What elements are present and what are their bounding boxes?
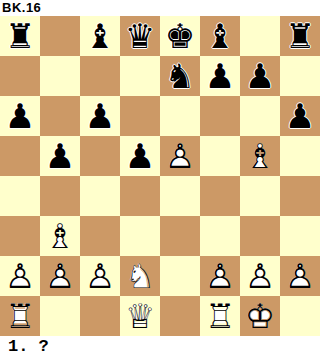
white-rook-icon: ♜ — [0, 296, 40, 336]
square-b1[interactable] — [40, 296, 80, 336]
square-c7[interactable] — [80, 56, 120, 96]
white-bishop-outline-icon: ♗ — [40, 216, 80, 256]
white-knight-icon: ♞ — [120, 256, 160, 296]
white-pawn-outline-icon: ♙ — [40, 256, 80, 296]
square-h1[interactable] — [280, 296, 320, 336]
black-pawn-icon: ♟ — [80, 96, 120, 136]
black-rook-icon: ♜ — [0, 16, 40, 56]
white-pawn-outline-icon: ♙ — [160, 136, 200, 176]
square-a5[interactable] — [0, 136, 40, 176]
black-pawn-icon: ♟ — [240, 56, 280, 96]
square-e6[interactable] — [160, 96, 200, 136]
square-a7[interactable] — [0, 56, 40, 96]
black-rook-icon: ♜ — [280, 16, 320, 56]
square-c1[interactable] — [80, 296, 120, 336]
square-a3[interactable] — [0, 216, 40, 256]
square-a2[interactable]: ♟♙ — [0, 256, 40, 296]
square-e1[interactable] — [160, 296, 200, 336]
square-g4[interactable] — [240, 176, 280, 216]
square-f1[interactable]: ♜♖ — [200, 296, 240, 336]
square-h7[interactable] — [280, 56, 320, 96]
square-g3[interactable] — [240, 216, 280, 256]
white-pawn-outline-icon: ♙ — [200, 256, 240, 296]
square-g6[interactable] — [240, 96, 280, 136]
square-e7[interactable]: ♞ — [160, 56, 200, 96]
square-b4[interactable] — [40, 176, 80, 216]
square-h6[interactable]: ♟ — [280, 96, 320, 136]
white-queen-icon: ♛ — [120, 296, 160, 336]
square-h4[interactable] — [280, 176, 320, 216]
square-e4[interactable] — [160, 176, 200, 216]
square-e8[interactable]: ♚ — [160, 16, 200, 56]
square-d2[interactable]: ♞♘ — [120, 256, 160, 296]
square-d6[interactable] — [120, 96, 160, 136]
white-bishop-icon: ♝ — [240, 136, 280, 176]
diagram-title: BK.16 — [0, 0, 320, 16]
square-f3[interactable] — [200, 216, 240, 256]
square-c4[interactable] — [80, 176, 120, 216]
square-d1[interactable]: ♛♕ — [120, 296, 160, 336]
white-queen-outline-icon: ♕ — [120, 296, 160, 336]
square-h3[interactable] — [280, 216, 320, 256]
white-pawn-icon: ♟ — [160, 136, 200, 176]
square-g1[interactable]: ♚♔ — [240, 296, 280, 336]
square-b2[interactable]: ♟♙ — [40, 256, 80, 296]
white-rook-icon: ♜ — [200, 296, 240, 336]
white-pawn-icon: ♟ — [80, 256, 120, 296]
chess-board: ♜♝♛♚♝♜♞♟♟♟♟♟♟♟♟♙♝♗♝♗♟♙♟♙♟♙♞♘♟♙♟♙♟♙♜♖♛♕♜♖… — [0, 16, 320, 336]
square-h8[interactable]: ♜ — [280, 16, 320, 56]
square-b7[interactable] — [40, 56, 80, 96]
square-e5[interactable]: ♟♙ — [160, 136, 200, 176]
white-pawn-icon: ♟ — [200, 256, 240, 296]
white-pawn-icon: ♟ — [0, 256, 40, 296]
white-rook-outline-icon: ♖ — [200, 296, 240, 336]
black-king-icon: ♚ — [160, 16, 200, 56]
square-f5[interactable] — [200, 136, 240, 176]
square-b3[interactable]: ♝♗ — [40, 216, 80, 256]
black-pawn-icon: ♟ — [40, 136, 80, 176]
square-g8[interactable] — [240, 16, 280, 56]
white-pawn-outline-icon: ♙ — [280, 256, 320, 296]
square-d4[interactable] — [120, 176, 160, 216]
square-f6[interactable] — [200, 96, 240, 136]
white-bishop-outline-icon: ♗ — [240, 136, 280, 176]
square-a8[interactable]: ♜ — [0, 16, 40, 56]
square-f7[interactable]: ♟ — [200, 56, 240, 96]
square-b8[interactable] — [40, 16, 80, 56]
square-c6[interactable]: ♟ — [80, 96, 120, 136]
white-pawn-outline-icon: ♙ — [0, 256, 40, 296]
black-queen-icon: ♛ — [120, 16, 160, 56]
square-d5[interactable]: ♟ — [120, 136, 160, 176]
black-pawn-icon: ♟ — [200, 56, 240, 96]
white-pawn-outline-icon: ♙ — [240, 256, 280, 296]
square-e3[interactable] — [160, 216, 200, 256]
black-bishop-icon: ♝ — [80, 16, 120, 56]
white-bishop-icon: ♝ — [40, 216, 80, 256]
white-pawn-icon: ♟ — [240, 256, 280, 296]
square-c5[interactable] — [80, 136, 120, 176]
square-c3[interactable] — [80, 216, 120, 256]
square-d8[interactable]: ♛ — [120, 16, 160, 56]
square-b5[interactable]: ♟ — [40, 136, 80, 176]
square-d7[interactable] — [120, 56, 160, 96]
square-f2[interactable]: ♟♙ — [200, 256, 240, 296]
square-h2[interactable]: ♟♙ — [280, 256, 320, 296]
square-d3[interactable] — [120, 216, 160, 256]
white-pawn-icon: ♟ — [280, 256, 320, 296]
square-e2[interactable] — [160, 256, 200, 296]
chess-diagram-page: BK.16 ♜♝♛♚♝♜♞♟♟♟♟♟♟♟♟♙♝♗♝♗♟♙♟♙♟♙♞♘♟♙♟♙♟♙… — [0, 0, 320, 360]
black-knight-icon: ♞ — [160, 56, 200, 96]
white-rook-outline-icon: ♖ — [0, 296, 40, 336]
white-pawn-icon: ♟ — [40, 256, 80, 296]
square-f4[interactable] — [200, 176, 240, 216]
square-c2[interactable]: ♟♙ — [80, 256, 120, 296]
black-bishop-icon: ♝ — [200, 16, 240, 56]
black-pawn-icon: ♟ — [0, 96, 40, 136]
square-g2[interactable]: ♟♙ — [240, 256, 280, 296]
move-prompt: 1. ? — [0, 336, 320, 360]
square-b6[interactable] — [40, 96, 80, 136]
white-knight-outline-icon: ♘ — [120, 256, 160, 296]
white-pawn-outline-icon: ♙ — [80, 256, 120, 296]
square-a4[interactable] — [0, 176, 40, 216]
square-h5[interactable] — [280, 136, 320, 176]
square-g7[interactable]: ♟ — [240, 56, 280, 96]
square-g5[interactable]: ♝♗ — [240, 136, 280, 176]
white-king-icon: ♚ — [240, 296, 280, 336]
square-a1[interactable]: ♜♖ — [0, 296, 40, 336]
square-c8[interactable]: ♝ — [80, 16, 120, 56]
square-f8[interactable]: ♝ — [200, 16, 240, 56]
black-pawn-icon: ♟ — [120, 136, 160, 176]
white-king-outline-icon: ♔ — [240, 296, 280, 336]
black-pawn-icon: ♟ — [280, 96, 320, 136]
square-a6[interactable]: ♟ — [0, 96, 40, 136]
